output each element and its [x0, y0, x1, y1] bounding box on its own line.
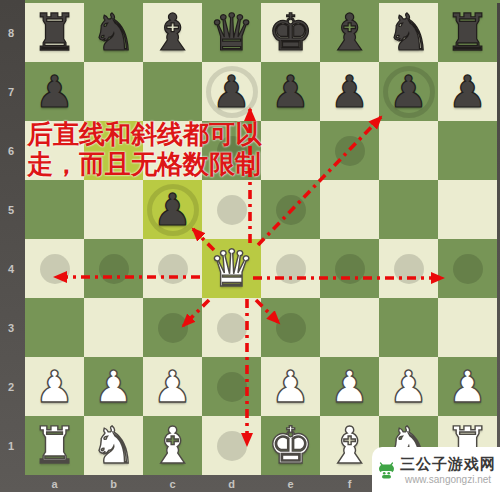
black-pawn-g7[interactable]: ♟: [379, 62, 438, 121]
square-b4[interactable]: [84, 239, 143, 298]
square-e8[interactable]: ♚: [261, 3, 320, 62]
move-hint-dot-d5[interactable]: [217, 195, 247, 225]
black-bishop-f8[interactable]: ♝: [320, 3, 379, 62]
file-label-a: a: [25, 475, 84, 492]
square-b2[interactable]: ♟: [84, 357, 143, 416]
square-f3[interactable]: [320, 298, 379, 357]
chess-tutorial-screen: 87654321 ♜♞♝♛♚♝♞♜♟♟♟♟♟♟♟♛♟♟♟♟♟♟♟♜♞♝♚♝♞♜ …: [0, 0, 500, 492]
move-hint-dot-d3[interactable]: [217, 313, 247, 343]
square-a2[interactable]: ♟: [25, 357, 84, 416]
black-king-e8[interactable]: ♚: [261, 3, 320, 62]
square-g7[interactable]: ♟: [379, 62, 438, 121]
square-d4[interactable]: ♛: [202, 239, 261, 298]
black-rook-a8[interactable]: ♜: [25, 3, 84, 62]
watermark-texts: 三公子游戏网 www.sangongzi.net: [400, 455, 496, 485]
white-pawn-a2[interactable]: ♟: [25, 357, 84, 416]
square-g6[interactable]: [379, 121, 438, 180]
black-queen-d8[interactable]: ♛: [202, 3, 261, 62]
square-a3[interactable]: [25, 298, 84, 357]
square-b1[interactable]: ♞: [84, 416, 143, 475]
square-c5[interactable]: ♟: [143, 180, 202, 239]
white-knight-b1[interactable]: ♞: [84, 416, 143, 475]
rank-labels-strip: 87654321: [0, 0, 25, 492]
square-e3[interactable]: [261, 298, 320, 357]
square-d5[interactable]: [202, 180, 261, 239]
square-f6[interactable]: [320, 121, 379, 180]
square-c2[interactable]: ♟: [143, 357, 202, 416]
square-d8[interactable]: ♛: [202, 3, 261, 62]
square-d7[interactable]: ♟: [202, 62, 261, 121]
black-bishop-c8[interactable]: ♝: [143, 3, 202, 62]
move-hint-dot-d1[interactable]: [217, 431, 247, 461]
square-a4[interactable]: [25, 239, 84, 298]
square-f2[interactable]: ♟: [320, 357, 379, 416]
white-king-e1[interactable]: ♚: [261, 416, 320, 475]
move-hint-dot-e3[interactable]: [276, 313, 306, 343]
move-hint-dot-h4[interactable]: [453, 254, 483, 284]
square-h3[interactable]: [438, 298, 497, 357]
file-label-d: d: [202, 475, 261, 492]
square-b7[interactable]: [84, 62, 143, 121]
black-pawn-a7[interactable]: ♟: [25, 62, 84, 121]
square-g8[interactable]: ♞: [379, 3, 438, 62]
move-hint-dot-c4[interactable]: [158, 254, 188, 284]
file-label-c: c: [143, 475, 202, 492]
square-g5[interactable]: [379, 180, 438, 239]
square-e7[interactable]: ♟: [261, 62, 320, 121]
rank-label-6: 6: [0, 121, 22, 180]
square-c8[interactable]: ♝: [143, 3, 202, 62]
move-hint-dot-f6[interactable]: [335, 136, 365, 166]
chess-board: ♜♞♝♛♚♝♞♜♟♟♟♟♟♟♟♛♟♟♟♟♟♟♟♜♞♝♚♝♞♜: [25, 3, 497, 475]
watermark-mascot-icon: [378, 452, 395, 488]
rank-label-2: 2: [0, 357, 22, 416]
square-b5[interactable]: [84, 180, 143, 239]
square-f8[interactable]: ♝: [320, 3, 379, 62]
square-f1[interactable]: ♝: [320, 416, 379, 475]
white-pawn-f2[interactable]: ♟: [320, 357, 379, 416]
move-hint-dot-f4[interactable]: [335, 254, 365, 284]
square-d2[interactable]: [202, 357, 261, 416]
black-knight-b8[interactable]: ♞: [84, 3, 143, 62]
square-g4[interactable]: [379, 239, 438, 298]
file-label-b: b: [84, 475, 143, 492]
square-h2[interactable]: ♟: [438, 357, 497, 416]
square-h4[interactable]: [438, 239, 497, 298]
square-e2[interactable]: ♟: [261, 357, 320, 416]
move-hint-dot-e5[interactable]: [276, 195, 306, 225]
black-rook-h8[interactable]: ♜: [438, 3, 497, 62]
black-knight-g8[interactable]: ♞: [379, 3, 438, 62]
square-f7[interactable]: ♟: [320, 62, 379, 121]
move-hint-dot-a4[interactable]: [40, 254, 70, 284]
square-a8[interactable]: ♜: [25, 3, 84, 62]
white-rook-a1[interactable]: ♜: [25, 416, 84, 475]
white-bishop-c1[interactable]: ♝: [143, 416, 202, 475]
black-pawn-c5[interactable]: ♟: [143, 180, 202, 239]
square-g2[interactable]: ♟: [379, 357, 438, 416]
move-hint-dot-d2[interactable]: [217, 372, 247, 402]
white-bishop-f1[interactable]: ♝: [320, 416, 379, 475]
black-pawn-e7[interactable]: ♟: [261, 62, 320, 121]
site-watermark: 三公子游戏网 www.sangongzi.net: [372, 447, 500, 492]
square-c3[interactable]: [143, 298, 202, 357]
square-c7[interactable]: [143, 62, 202, 121]
white-pawn-b2[interactable]: ♟: [84, 357, 143, 416]
white-queen-d4[interactable]: ♛: [202, 239, 261, 298]
move-hint-dot-b4[interactable]: [99, 254, 129, 284]
square-g3[interactable]: [379, 298, 438, 357]
rank-label-8: 8: [0, 3, 22, 62]
file-label-f: f: [320, 475, 379, 492]
square-h6[interactable]: [438, 121, 497, 180]
white-pawn-e2[interactable]: ♟: [261, 357, 320, 416]
watermark-title: 三公子游戏网: [400, 455, 496, 474]
rank-label-5: 5: [0, 180, 22, 239]
square-f5[interactable]: [320, 180, 379, 239]
square-b8[interactable]: ♞: [84, 3, 143, 62]
square-h8[interactable]: ♜: [438, 3, 497, 62]
square-f4[interactable]: [320, 239, 379, 298]
square-h7[interactable]: ♟: [438, 62, 497, 121]
black-pawn-f7[interactable]: ♟: [320, 62, 379, 121]
white-pawn-c2[interactable]: ♟: [143, 357, 202, 416]
square-d3[interactable]: [202, 298, 261, 357]
black-pawn-h7[interactable]: ♟: [438, 62, 497, 121]
rank-label-4: 4: [0, 239, 22, 298]
square-e1[interactable]: ♚: [261, 416, 320, 475]
rank-label-1: 1: [0, 416, 22, 475]
square-c1[interactable]: ♝: [143, 416, 202, 475]
move-hint-dot-e4[interactable]: [276, 254, 306, 284]
black-pawn-d7[interactable]: ♟: [202, 62, 261, 121]
square-a7[interactable]: ♟: [25, 62, 84, 121]
rank-label-3: 3: [0, 298, 22, 357]
square-a1[interactable]: ♜: [25, 416, 84, 475]
white-pawn-h2[interactable]: ♟: [438, 357, 497, 416]
move-hint-dot-g4[interactable]: [394, 254, 424, 284]
square-b3[interactable]: [84, 298, 143, 357]
move-hint-dot-c3[interactable]: [158, 313, 188, 343]
file-label-e: e: [261, 475, 320, 492]
rank-label-7: 7: [0, 62, 22, 121]
annotation-line-2: 走，而且无格数限制: [27, 149, 272, 179]
annotation-line-1: 后直线和斜线都可以: [27, 119, 272, 149]
square-e5[interactable]: [261, 180, 320, 239]
square-e4[interactable]: [261, 239, 320, 298]
square-a5[interactable]: [25, 180, 84, 239]
square-h5[interactable]: [438, 180, 497, 239]
white-pawn-g2[interactable]: ♟: [379, 357, 438, 416]
tutorial-annotation-text: 后直线和斜线都可以 走，而且无格数限制: [27, 119, 272, 179]
square-d1[interactable]: [202, 416, 261, 475]
watermark-url: www.sangongzi.net: [405, 474, 491, 485]
square-c4[interactable]: [143, 239, 202, 298]
